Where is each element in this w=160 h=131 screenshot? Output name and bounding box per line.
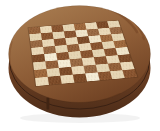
product-photo-round-chess-box [0, 0, 160, 131]
chess-board [28, 21, 137, 87]
square-h1 [122, 69, 137, 78]
square-a1 [35, 77, 49, 86]
drawer-notch [47, 98, 50, 110]
